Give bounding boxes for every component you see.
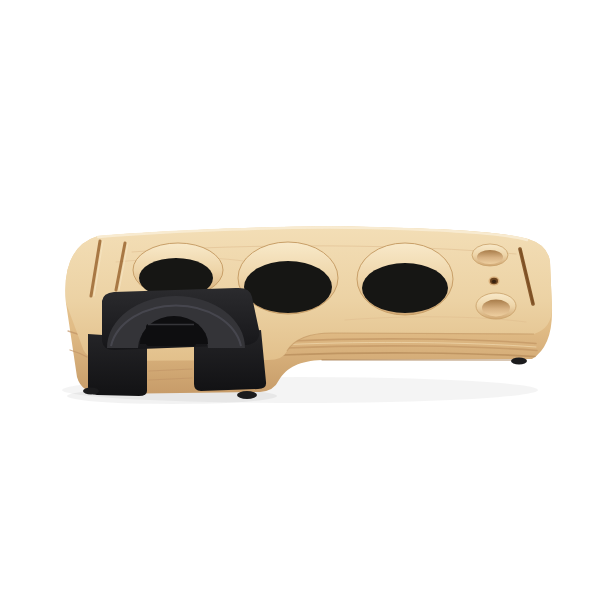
holder-front-notch: [146, 324, 196, 346]
basket-recess-middle-floor: [244, 261, 332, 313]
basket-recess-right-floor: [362, 263, 448, 313]
accessory-hole-lower-floor: [482, 300, 510, 317]
basket-recess-right: [357, 243, 453, 315]
product-photo-stage: [0, 0, 600, 600]
foot-center: [237, 391, 257, 399]
foot-right: [511, 358, 527, 365]
foot-left: [83, 388, 99, 395]
accessory-hole-lower-right: [476, 293, 516, 319]
pin-hole-center: [492, 280, 496, 284]
product-image: [0, 0, 600, 600]
accessory-hole-upper-right: [472, 244, 508, 266]
pin-hole: [489, 277, 500, 286]
accessory-hole-upper-floor: [477, 250, 503, 264]
